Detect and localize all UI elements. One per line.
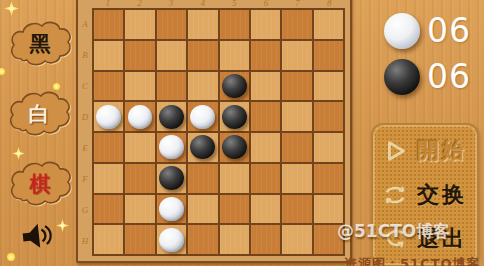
white-side-label: 白 — [6, 88, 72, 140]
start-button[interactable]: 開始 — [373, 131, 477, 171]
cell-B1[interactable] — [94, 41, 123, 70]
cell-C6[interactable] — [251, 72, 280, 101]
cell-F6[interactable] — [251, 164, 280, 193]
cell-C8[interactable] — [314, 72, 343, 101]
row-label-D: D — [78, 101, 92, 132]
cell-D4[interactable] — [188, 102, 217, 131]
black-stone — [159, 105, 184, 129]
black-side-label: 黑 — [7, 18, 73, 70]
col-label-8: 8 — [313, 0, 345, 8]
cell-F8[interactable] — [314, 164, 343, 193]
play-icon — [382, 138, 408, 164]
row-label-E: E — [78, 132, 92, 163]
watermark-text: @51CTO博客 — [337, 220, 450, 243]
cell-H1[interactable] — [94, 225, 123, 254]
sparkle-icon — [4, 1, 19, 16]
cell-F5[interactable] — [220, 164, 249, 193]
cell-B7[interactable] — [282, 41, 311, 70]
cell-F4[interactable] — [188, 164, 217, 193]
cell-A7[interactable] — [282, 10, 311, 39]
cell-A1[interactable] — [94, 10, 123, 39]
cell-D1[interactable] — [94, 102, 123, 131]
cell-G7[interactable] — [282, 195, 311, 224]
black-score: 06 — [427, 59, 483, 95]
col-label-1: 1 — [92, 0, 124, 8]
cell-H7[interactable] — [282, 225, 311, 254]
column-labels: 12345678 — [92, 0, 345, 8]
cell-G1[interactable] — [94, 195, 123, 224]
black-score-stone-icon — [384, 59, 420, 95]
cell-D7[interactable] — [282, 102, 311, 131]
cell-E2[interactable] — [125, 133, 154, 162]
cell-H4[interactable] — [188, 225, 217, 254]
cell-F1[interactable] — [94, 164, 123, 193]
col-label-2: 2 — [124, 0, 156, 8]
cell-E3[interactable] — [157, 133, 186, 162]
sparkle-icon — [56, 219, 69, 232]
cell-B2[interactable] — [125, 41, 154, 70]
bottom-clipped-text: 资源图：51CTO博客 — [344, 255, 481, 266]
cell-A6[interactable] — [251, 10, 280, 39]
col-label-5: 5 — [219, 0, 251, 8]
col-label-7: 7 — [282, 0, 314, 8]
chess-label: 棋 — [7, 158, 73, 210]
white-score-stone-icon — [384, 13, 420, 49]
white-stone — [96, 105, 121, 129]
row-label-C: C — [78, 70, 92, 101]
cell-G6[interactable] — [251, 195, 280, 224]
start-label: 開始 — [417, 136, 467, 166]
cell-B6[interactable] — [251, 41, 280, 70]
white-stone — [190, 105, 215, 129]
cell-H6[interactable] — [251, 225, 280, 254]
cell-F2[interactable] — [125, 164, 154, 193]
cell-B8[interactable] — [314, 41, 343, 70]
cell-C3[interactable] — [157, 72, 186, 101]
chess-button[interactable]: 棋 — [7, 158, 73, 210]
row-label-F: F — [78, 163, 92, 194]
cell-A3[interactable] — [157, 10, 186, 39]
speaker-icon[interactable] — [18, 218, 55, 253]
cell-D2[interactable] — [125, 102, 154, 131]
cell-C1[interactable] — [94, 72, 123, 101]
action-panel: 開始 交换 退出 — [371, 123, 479, 266]
cell-B3[interactable] — [157, 41, 186, 70]
cell-E6[interactable] — [251, 133, 280, 162]
white-score: 06 — [427, 13, 483, 49]
cell-G2[interactable] — [125, 195, 154, 224]
black-stone — [222, 74, 247, 98]
col-label-3: 3 — [155, 0, 187, 8]
cell-B5[interactable] — [220, 41, 249, 70]
cell-F7[interactable] — [282, 164, 311, 193]
cell-G4[interactable] — [188, 195, 217, 224]
swap-label: 交换 — [417, 180, 467, 210]
cell-A5[interactable] — [220, 10, 249, 39]
black-stone — [190, 135, 215, 159]
cell-E1[interactable] — [94, 133, 123, 162]
cell-H2[interactable] — [125, 225, 154, 254]
row-labels: ABCDEFGH — [78, 8, 92, 256]
cell-C5[interactable] — [220, 72, 249, 101]
sparkle-icon — [7, 253, 15, 261]
cell-G3[interactable] — [157, 195, 186, 224]
cell-G5[interactable] — [220, 195, 249, 224]
cell-B4[interactable] — [188, 41, 217, 70]
col-label-4: 4 — [187, 0, 219, 8]
white-stone — [128, 105, 153, 129]
white-stone — [159, 228, 184, 252]
swap-button[interactable]: 交换 — [373, 175, 477, 215]
cell-D8[interactable] — [314, 102, 343, 131]
swap-icon — [382, 183, 408, 207]
cell-A2[interactable] — [125, 10, 154, 39]
row-label-B: B — [78, 39, 92, 70]
cell-H3[interactable] — [157, 225, 186, 254]
white-stone — [159, 197, 184, 221]
black-side-button[interactable]: 黑 — [7, 18, 73, 70]
cell-A8[interactable] — [314, 10, 343, 39]
cell-E5[interactable] — [220, 133, 249, 162]
cell-C4[interactable] — [188, 72, 217, 101]
row-label-G: G — [78, 194, 92, 225]
col-label-6: 6 — [250, 0, 282, 8]
cell-A4[interactable] — [188, 10, 217, 39]
cell-H5[interactable] — [220, 225, 249, 254]
cell-E8[interactable] — [314, 133, 343, 162]
cell-D3[interactable] — [157, 102, 186, 131]
game-window: 黑 白 棋 12345678 ABCDEFGH 06 06 — [0, 0, 484, 266]
cell-E4[interactable] — [188, 133, 217, 162]
cell-D6[interactable] — [251, 102, 280, 131]
white-stone — [159, 135, 184, 159]
row-label-H: H — [78, 225, 92, 256]
cell-F3[interactable] — [157, 164, 186, 193]
board-grid — [92, 8, 345, 256]
cell-G8[interactable] — [314, 195, 343, 224]
sparkle-icon — [0, 68, 5, 75]
white-side-button[interactable]: 白 — [6, 88, 72, 140]
board: 12345678 ABCDEFGH — [76, 0, 352, 263]
cell-C2[interactable] — [125, 72, 154, 101]
black-stone — [222, 135, 247, 159]
row-label-A: A — [78, 8, 92, 39]
cell-C7[interactable] — [282, 72, 311, 101]
cell-D5[interactable] — [220, 102, 249, 131]
cell-E7[interactable] — [282, 133, 311, 162]
black-stone — [222, 105, 247, 129]
black-stone — [159, 166, 184, 190]
